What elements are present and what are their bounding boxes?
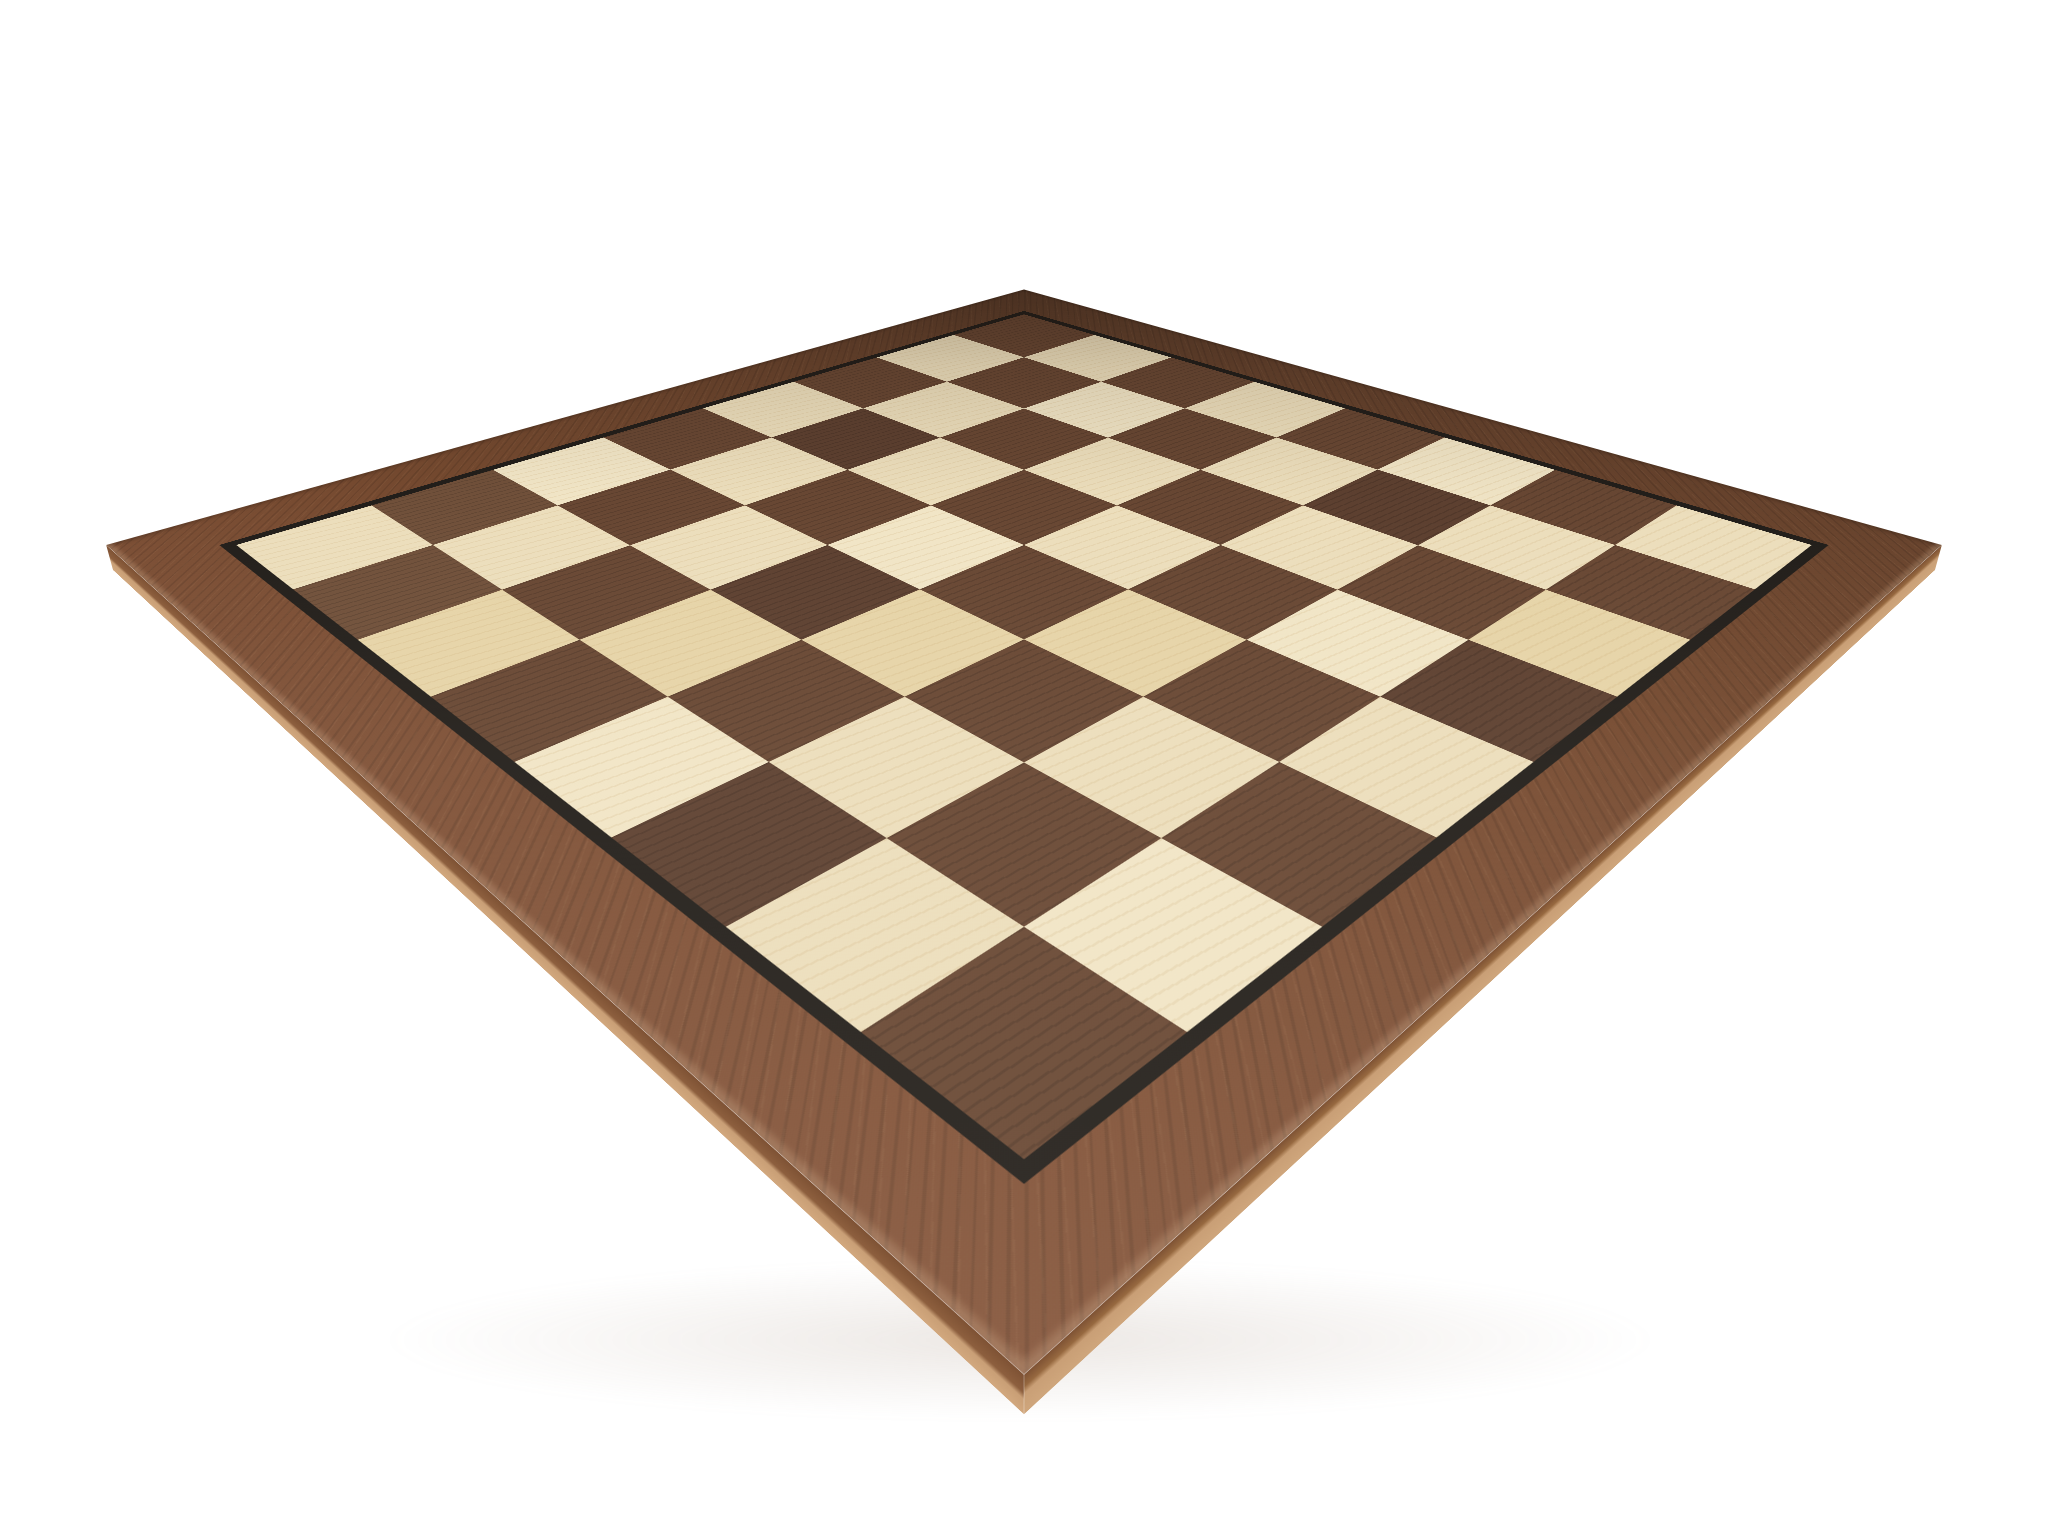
square-d4 [920,545,1129,640]
square-a4 [514,697,769,838]
black-inlay-border [219,311,1828,1184]
square-e3 [1128,545,1337,640]
product-photo-background [0,0,2048,1538]
square-a2 [725,838,1024,1032]
square-b2 [887,762,1162,926]
square-a6 [358,589,580,696]
square-a5 [431,640,668,762]
square-g1 [1546,545,1755,640]
square-c3 [905,640,1142,762]
square-c1 [1161,762,1436,926]
square-d1 [1279,697,1534,838]
playing-area [236,314,1811,1159]
square-b4 [668,640,905,762]
square-a1 [861,926,1188,1159]
square-f2 [1337,545,1546,640]
square-a7 [293,545,502,640]
square-b5 [580,589,802,696]
square-d2 [1143,640,1380,762]
square-a3 [612,762,887,926]
square-e2 [1246,589,1468,696]
square-c4 [802,589,1024,696]
square-c5 [711,545,920,640]
square-b6 [502,545,711,640]
square-b3 [769,697,1024,838]
square-e1 [1380,640,1617,762]
square-b1 [1024,838,1323,1032]
square-d3 [1024,589,1246,696]
square-f1 [1468,589,1690,696]
chess-board [106,289,1942,1374]
square-c2 [1024,697,1279,838]
board-frame [106,289,1942,1374]
